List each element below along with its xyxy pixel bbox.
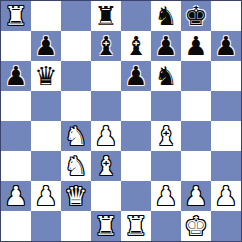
square-h2[interactable]: ♟ [211, 181, 241, 211]
black-pawn-piece[interactable]: ♟ [214, 31, 237, 61]
square-b5[interactable] [31, 91, 61, 121]
square-c3[interactable]: ♞ [61, 151, 91, 181]
black-bishop-piece[interactable]: ♝ [124, 31, 147, 61]
square-b6[interactable]: ♛ [31, 61, 61, 91]
black-bishop-piece[interactable]: ♝ [94, 31, 117, 61]
square-a3[interactable] [1, 151, 31, 181]
square-e4[interactable] [121, 121, 151, 151]
square-e3[interactable] [121, 151, 151, 181]
black-king-piece[interactable]: ♚ [184, 1, 207, 31]
square-a8[interactable]: ♜ [1, 1, 31, 31]
square-d3[interactable]: ♝ [91, 151, 121, 181]
chess-board: ♜♜♞♚♟♝♝♟♟♟♟♛♟♞♞♟♝♞♝♟♟♛♟♟♟♜♜♚ [0, 0, 242, 242]
square-c6[interactable] [61, 61, 91, 91]
square-f6[interactable]: ♞ [151, 61, 181, 91]
black-rook-piece[interactable]: ♜ [94, 1, 117, 31]
square-c4[interactable]: ♞ [61, 121, 91, 151]
black-pawn-piece[interactable]: ♟ [34, 31, 57, 61]
white-pawn-piece[interactable]: ♟ [94, 121, 117, 151]
square-e2[interactable] [121, 181, 151, 211]
square-e1[interactable]: ♜ [121, 211, 151, 241]
square-a1[interactable] [1, 211, 31, 241]
square-h4[interactable] [211, 121, 241, 151]
square-f3[interactable] [151, 151, 181, 181]
square-g4[interactable] [181, 121, 211, 151]
black-pawn-piece[interactable]: ♟ [4, 61, 27, 91]
black-pawn-piece[interactable]: ♟ [154, 31, 177, 61]
square-g2[interactable]: ♟ [181, 181, 211, 211]
square-c8[interactable] [61, 1, 91, 31]
square-a7[interactable] [1, 31, 31, 61]
square-g3[interactable] [181, 151, 211, 181]
square-d2[interactable] [91, 181, 121, 211]
square-d7[interactable]: ♝ [91, 31, 121, 61]
square-a5[interactable] [1, 91, 31, 121]
square-f7[interactable]: ♟ [151, 31, 181, 61]
square-b2[interactable]: ♟ [31, 181, 61, 211]
square-d8[interactable]: ♜ [91, 1, 121, 31]
square-c2[interactable]: ♛ [61, 181, 91, 211]
black-knight-piece[interactable]: ♞ [154, 1, 177, 31]
square-b1[interactable] [31, 211, 61, 241]
black-queen-piece[interactable]: ♛ [34, 61, 57, 91]
square-f1[interactable] [151, 211, 181, 241]
square-f5[interactable] [151, 91, 181, 121]
square-c5[interactable] [61, 91, 91, 121]
square-h1[interactable] [211, 211, 241, 241]
white-rook-piece[interactable]: ♜ [94, 211, 117, 241]
square-d1[interactable]: ♜ [91, 211, 121, 241]
square-h8[interactable] [211, 1, 241, 31]
black-knight-piece[interactable]: ♞ [154, 61, 177, 91]
square-h5[interactable] [211, 91, 241, 121]
square-b8[interactable] [31, 1, 61, 31]
square-h3[interactable] [211, 151, 241, 181]
white-pawn-piece[interactable]: ♟ [184, 181, 207, 211]
square-e7[interactable]: ♝ [121, 31, 151, 61]
square-a2[interactable]: ♟ [1, 181, 31, 211]
square-e6[interactable]: ♟ [121, 61, 151, 91]
square-g8[interactable]: ♚ [181, 1, 211, 31]
square-g6[interactable] [181, 61, 211, 91]
square-g1[interactable]: ♚ [181, 211, 211, 241]
square-b3[interactable] [31, 151, 61, 181]
white-queen-piece[interactable]: ♛ [64, 181, 87, 211]
square-f4[interactable]: ♝ [151, 121, 181, 151]
black-pawn-piece[interactable]: ♟ [124, 61, 147, 91]
square-a4[interactable] [1, 121, 31, 151]
white-knight-piece[interactable]: ♞ [64, 151, 87, 181]
square-g5[interactable] [181, 91, 211, 121]
square-a6[interactable]: ♟ [1, 61, 31, 91]
square-e5[interactable] [121, 91, 151, 121]
white-pawn-piece[interactable]: ♟ [214, 181, 237, 211]
square-g7[interactable]: ♟ [181, 31, 211, 61]
white-bishop-piece[interactable]: ♝ [154, 121, 177, 151]
white-bishop-piece[interactable]: ♝ [94, 151, 117, 181]
white-pawn-piece[interactable]: ♟ [34, 181, 57, 211]
square-e8[interactable] [121, 1, 151, 31]
square-h6[interactable] [211, 61, 241, 91]
square-h7[interactable]: ♟ [211, 31, 241, 61]
black-pawn-piece[interactable]: ♟ [184, 31, 207, 61]
square-c1[interactable] [61, 211, 91, 241]
square-d4[interactable]: ♟ [91, 121, 121, 151]
square-d5[interactable] [91, 91, 121, 121]
white-rook-piece[interactable]: ♜ [124, 211, 147, 241]
white-king-piece[interactable]: ♚ [184, 211, 207, 241]
square-d6[interactable] [91, 61, 121, 91]
square-f2[interactable]: ♟ [151, 181, 181, 211]
chess-board-diagram: ♜♜♞♚♟♝♝♟♟♟♟♛♟♞♞♟♝♞♝♟♟♛♟♟♟♜♜♚ [0, 0, 242, 242]
white-pawn-piece[interactable]: ♟ [154, 181, 177, 211]
white-rook-piece[interactable]: ♜ [4, 1, 27, 31]
square-b7[interactable]: ♟ [31, 31, 61, 61]
white-pawn-piece[interactable]: ♟ [4, 181, 27, 211]
square-f8[interactable]: ♞ [151, 1, 181, 31]
white-knight-piece[interactable]: ♞ [64, 121, 87, 151]
square-b4[interactable] [31, 121, 61, 151]
square-c7[interactable] [61, 31, 91, 61]
